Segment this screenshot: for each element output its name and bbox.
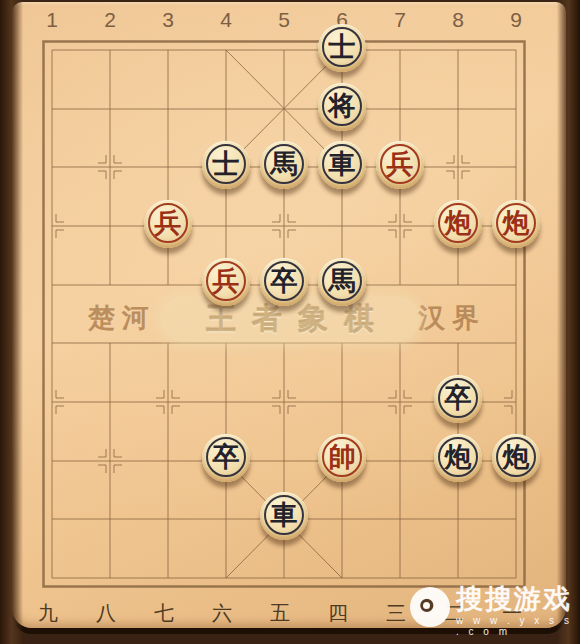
piece-glyph: 士	[318, 26, 366, 68]
piece-black-chariot-f5r8[interactable]: 車	[260, 492, 308, 540]
site-logo-icon	[410, 587, 450, 627]
site-watermark-url: w w w . y x s s . c o m	[456, 615, 580, 637]
piece-black-advisor-f4r2[interactable]: 士	[202, 141, 250, 189]
piece-glyph: 卒	[202, 436, 250, 478]
piece-glyph: 馬	[318, 260, 366, 302]
piece-glyph: 卒	[260, 260, 308, 302]
piece-black-cannon-f8r7[interactable]: 炮	[434, 434, 482, 482]
piece-black-cannon-f9r7[interactable]: 炮	[492, 434, 540, 482]
board[interactable]: 士将士馬車兵兵炮炮兵卒馬卒卒帥炮炮車	[23, 21, 545, 606]
piece-red-cannon-f9r3[interactable]: 炮	[492, 200, 540, 248]
piece-red-cannon-f8r3[interactable]: 炮	[434, 200, 482, 248]
piece-glyph: 将	[318, 85, 366, 127]
piece-red-soldier-f4r4[interactable]: 兵	[202, 258, 250, 306]
piece-black-soldier-f5r4[interactable]: 卒	[260, 258, 308, 306]
piece-glyph: 炮	[492, 436, 540, 478]
piece-glyph: 士	[202, 143, 250, 185]
piece-red-general-f6r7[interactable]: 帥	[318, 434, 366, 482]
piece-glyph: 馬	[260, 143, 308, 185]
piece-black-general-f6r1[interactable]: 将	[318, 83, 366, 131]
piece-black-soldier-f8r6[interactable]: 卒	[434, 375, 482, 423]
piece-glyph: 炮	[434, 436, 482, 478]
piece-glyph: 卒	[434, 377, 482, 419]
site-watermark: 搜搜游戏 w w w . y x s s . c o m	[410, 585, 580, 637]
piece-black-advisor-f6r0[interactable]: 士	[318, 24, 366, 72]
piece-red-soldier-f7r2[interactable]: 兵	[376, 141, 424, 189]
piece-black-chariot-f6r2[interactable]: 車	[318, 141, 366, 189]
piece-red-soldier-f3r3[interactable]: 兵	[144, 200, 192, 248]
piece-glyph: 炮	[492, 202, 540, 244]
piece-glyph: 車	[318, 143, 366, 185]
piece-black-horse-f5r2[interactable]: 馬	[260, 141, 308, 189]
piece-glyph: 兵	[202, 260, 250, 302]
piece-glyph: 炮	[434, 202, 482, 244]
piece-black-horse-f6r4[interactable]: 馬	[318, 258, 366, 306]
piece-glyph: 兵	[376, 143, 424, 185]
piece-black-soldier-f4r7[interactable]: 卒	[202, 434, 250, 482]
piece-glyph: 車	[260, 494, 308, 536]
piece-glyph: 兵	[144, 202, 192, 244]
piece-glyph: 帥	[318, 436, 366, 478]
site-watermark-title: 搜搜游戏	[456, 585, 580, 613]
